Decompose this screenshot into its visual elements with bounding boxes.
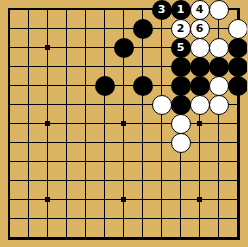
board-intersection-c11r10[interactable]	[190, 171, 209, 190]
board-intersection-c5r13[interactable]	[76, 228, 95, 247]
board-intersection-c13r10[interactable]	[228, 171, 247, 190]
black-stone	[171, 76, 191, 96]
grid-line-v	[85, 76, 86, 95]
board-intersection-c1r4[interactable]	[0, 57, 19, 76]
grid-line-h	[9, 28, 19, 29]
board-intersection-c2r5[interactable]	[19, 76, 38, 95]
board-intersection-c12r10[interactable]	[209, 171, 228, 190]
white-stone	[152, 95, 172, 115]
grid-line-v	[142, 38, 143, 57]
grid-line-v	[28, 228, 29, 238]
grid-line-h	[9, 85, 19, 86]
board-intersection-c5r2[interactable]	[76, 19, 95, 38]
white-stone: 4	[190, 0, 210, 20]
board-intersection-c4r5[interactable]	[57, 76, 76, 95]
grid-line-v	[9, 57, 10, 76]
board-intersection-c13r5[interactable]	[228, 76, 247, 95]
board-intersection-c10r12[interactable]	[171, 209, 190, 228]
board-intersection-c5r7[interactable]	[76, 114, 95, 133]
grid-line-v	[85, 95, 86, 114]
star-point	[45, 121, 50, 126]
grid-line-v	[28, 133, 29, 152]
board-intersection-c11r4[interactable]	[190, 57, 209, 76]
black-stone	[114, 38, 134, 58]
grid-line-v	[123, 228, 124, 238]
board-intersection-c5r12[interactable]	[76, 209, 95, 228]
board-intersection-c10r5[interactable]	[171, 76, 190, 95]
board-intersection-c1r6[interactable]	[0, 95, 19, 114]
white-stone	[171, 133, 191, 153]
board-intersection-c12r11[interactable]	[209, 190, 228, 209]
grid-line-v	[142, 152, 143, 171]
board-intersection-c8r13[interactable]	[133, 228, 152, 247]
board-intersection-c3r10[interactable]	[38, 171, 57, 190]
grid-line-v	[218, 19, 219, 38]
grid-line-v	[104, 171, 105, 190]
board-intersection-c2r3[interactable]	[19, 38, 38, 57]
grid-line-h	[9, 104, 19, 105]
board-intersection-c8r8[interactable]	[133, 133, 152, 152]
grid-line-v	[199, 228, 200, 238]
board-intersection-c3r5[interactable]	[38, 76, 57, 95]
board-intersection-c9r12[interactable]	[152, 209, 171, 228]
board-intersection-c5r3[interactable]	[76, 38, 95, 57]
board-intersection-c7r1[interactable]	[114, 0, 133, 19]
grid-line-v	[218, 152, 219, 171]
board-intersection-c10r10[interactable]	[171, 171, 190, 190]
grid-line-v	[161, 38, 162, 57]
board-intersection-c1r11[interactable]	[0, 190, 19, 209]
board-intersection-c2r4[interactable]	[19, 57, 38, 76]
board-intersection-c13r2[interactable]	[228, 19, 247, 38]
grid-line-v	[142, 9, 143, 19]
board-intersection-c8r4[interactable]	[133, 57, 152, 76]
board-intersection-c5r11[interactable]	[76, 190, 95, 209]
board-intersection-c10r13[interactable]	[171, 228, 190, 247]
grid-line-v	[142, 228, 143, 238]
grid-line-v	[9, 152, 10, 171]
grid-line-v	[142, 209, 143, 228]
grid-line-v	[9, 19, 10, 38]
board-intersection-c6r8[interactable]	[95, 133, 114, 152]
board-intersection-c11r11[interactable]	[190, 190, 209, 209]
board-intersection-c6r4[interactable]	[95, 57, 114, 76]
board-intersection-c9r11[interactable]	[152, 190, 171, 209]
board-intersection-c1r2[interactable]	[0, 19, 19, 38]
grid-line-v	[66, 9, 67, 19]
grid-line-v	[104, 114, 105, 133]
board-intersection-c1r13[interactable]	[0, 228, 19, 247]
board-intersection-c2r6[interactable]	[19, 95, 38, 114]
board-intersection-c1r9[interactable]	[0, 152, 19, 171]
star-point	[45, 197, 50, 202]
board-intersection-c12r3[interactable]	[209, 38, 228, 57]
board-intersection-c6r3[interactable]	[95, 38, 114, 57]
move-number-label: 4	[196, 4, 204, 15]
grid-line-v	[218, 190, 219, 209]
board-intersection-c2r11[interactable]	[19, 190, 38, 209]
star-point	[197, 197, 202, 202]
board-intersection-c13r3[interactable]	[228, 38, 247, 57]
grid-line-v	[85, 171, 86, 190]
board-intersection-c5r4[interactable]	[76, 57, 95, 76]
grid-line-v	[85, 228, 86, 238]
board-intersection-c9r8[interactable]	[152, 133, 171, 152]
grid-line-v	[142, 190, 143, 209]
board-intersection-c1r8[interactable]	[0, 133, 19, 152]
grid-line-v	[66, 209, 67, 228]
board-intersection-c11r13[interactable]	[190, 228, 209, 247]
board-intersection-c3r6[interactable]	[38, 95, 57, 114]
grid-line-v	[85, 190, 86, 209]
board-intersection-c4r4[interactable]	[57, 57, 76, 76]
grid-line-v	[28, 171, 29, 190]
board-intersection-c7r8[interactable]	[114, 133, 133, 152]
board-intersection-c7r6[interactable]	[114, 95, 133, 114]
board-intersection-c10r4[interactable]	[171, 57, 190, 76]
grid-line-v	[9, 38, 10, 57]
board-intersection-c9r1[interactable]: 3	[152, 0, 171, 19]
board-intersection-c10r2[interactable]: 2	[171, 19, 190, 38]
board-intersection-c3r3[interactable]	[38, 38, 57, 57]
grid-line-v	[123, 57, 124, 76]
grid-line-v	[85, 114, 86, 133]
grid-line-v	[66, 190, 67, 209]
white-stone: 6	[190, 19, 210, 39]
board-intersection-c10r7[interactable]	[171, 114, 190, 133]
board-intersection-c12r13[interactable]	[209, 228, 228, 247]
board-intersection-c13r1[interactable]	[228, 0, 247, 19]
grid-line-v	[66, 133, 67, 152]
board-intersection-c7r13[interactable]	[114, 228, 133, 247]
grid-line-h	[9, 180, 19, 181]
board-intersection-c6r12[interactable]	[95, 209, 114, 228]
board-intersection-c2r10[interactable]	[19, 171, 38, 190]
board-intersection-c6r11[interactable]	[95, 190, 114, 209]
board-intersection-c1r1[interactable]	[0, 0, 19, 19]
grid-line-v	[199, 133, 200, 152]
board-intersection-c7r3[interactable]	[114, 38, 133, 57]
move-number-label: 6	[196, 23, 204, 34]
grid-line-v	[104, 228, 105, 238]
board-intersection-c4r1[interactable]	[57, 0, 76, 19]
board-intersection-c1r5[interactable]	[0, 76, 19, 95]
board-intersection-c8r6[interactable]	[133, 95, 152, 114]
grid-line-v	[28, 57, 29, 76]
board-intersection-c4r6[interactable]	[57, 95, 76, 114]
white-stone	[209, 76, 229, 96]
board-intersection-c9r7[interactable]	[152, 114, 171, 133]
grid-line-v	[161, 228, 162, 238]
board-intersection-c12r2[interactable]	[209, 19, 228, 38]
board-intersection-c9r2[interactable]	[152, 19, 171, 38]
board-intersection-c8r1[interactable]	[133, 0, 152, 19]
grid-line-v	[104, 19, 105, 38]
black-stone	[171, 57, 191, 77]
grid-line-v	[237, 190, 238, 209]
white-stone	[171, 114, 191, 134]
board-intersection-c2r12[interactable]	[19, 209, 38, 228]
grid-line-v	[218, 171, 219, 190]
grid-line-v	[161, 152, 162, 171]
grid-line-v	[47, 19, 48, 38]
board-intersection-c7r12[interactable]	[114, 209, 133, 228]
board-intersection-c3r12[interactable]	[38, 209, 57, 228]
board-intersection-c12r1[interactable]	[209, 0, 228, 19]
grid-line-v	[237, 133, 238, 152]
board-intersection-c13r12[interactable]	[228, 209, 247, 228]
board-intersection-c5r1[interactable]	[76, 0, 95, 19]
board-intersection-c4r11[interactable]	[57, 190, 76, 209]
board-intersection-c8r5[interactable]	[133, 76, 152, 95]
board-intersection-c9r3[interactable]	[152, 38, 171, 57]
board-intersection-c4r3[interactable]	[57, 38, 76, 57]
board-intersection-c9r6[interactable]	[152, 95, 171, 114]
board-intersection-c3r4[interactable]	[38, 57, 57, 76]
grid-line-v	[161, 133, 162, 152]
grid-line-v	[85, 19, 86, 38]
board-intersection-c3r2[interactable]	[38, 19, 57, 38]
board-intersection-c7r11[interactable]	[114, 190, 133, 209]
board-intersection-c1r3[interactable]	[0, 38, 19, 57]
board-intersection-c13r4[interactable]	[228, 57, 247, 76]
board-intersection-c7r10[interactable]	[114, 171, 133, 190]
grid-line-v	[218, 114, 219, 133]
board-intersection-c7r2[interactable]	[114, 19, 133, 38]
grid-line-h	[9, 9, 19, 10]
board-intersection-c1r7[interactable]	[0, 114, 19, 133]
board-intersection-c6r5[interactable]	[95, 76, 114, 95]
board-intersection-c4r8[interactable]	[57, 133, 76, 152]
board-intersection-c4r2[interactable]	[57, 19, 76, 38]
grid-line-v	[123, 133, 124, 152]
grid-line-h	[9, 142, 19, 143]
star-point	[121, 121, 126, 126]
grid-line-v	[180, 152, 181, 171]
board-intersection-c2r8[interactable]	[19, 133, 38, 152]
grid-line-v	[199, 209, 200, 228]
board-intersection-c4r9[interactable]	[57, 152, 76, 171]
board-intersection-c10r1[interactable]: 1	[171, 0, 190, 19]
board-intersection-c9r9[interactable]	[152, 152, 171, 171]
board-intersection-c1r10[interactable]	[0, 171, 19, 190]
board-intersection-c5r10[interactable]	[76, 171, 95, 190]
grid-line-v	[66, 76, 67, 95]
board-intersection-c7r5[interactable]	[114, 76, 133, 95]
white-stone	[209, 0, 229, 20]
board-intersection-c6r7[interactable]	[95, 114, 114, 133]
move-number-label: 1	[177, 4, 185, 15]
board-intersection-c11r6[interactable]	[190, 95, 209, 114]
board-intersection-c12r12[interactable]	[209, 209, 228, 228]
grid-line-v	[142, 171, 143, 190]
grid-line-v	[9, 114, 10, 133]
star-point	[45, 45, 50, 50]
grid-line-v	[123, 152, 124, 171]
board-intersection-c13r9[interactable]	[228, 152, 247, 171]
grid-line-v	[104, 57, 105, 76]
grid-line-v	[28, 76, 29, 95]
board-intersection-c11r1[interactable]: 4	[190, 0, 209, 19]
black-stone	[190, 76, 210, 96]
grid-line-v	[123, 19, 124, 38]
board-intersection-c11r5[interactable]	[190, 76, 209, 95]
board-intersection-c12r8[interactable]	[209, 133, 228, 152]
grid-line-v	[28, 19, 29, 38]
board-intersection-c4r13[interactable]	[57, 228, 76, 247]
grid-line-v	[161, 190, 162, 209]
board-intersection-c2r1[interactable]	[19, 0, 38, 19]
grid-line-v	[123, 76, 124, 95]
board-intersection-c7r4[interactable]	[114, 57, 133, 76]
grid-line-v	[28, 114, 29, 133]
board-intersection-c2r9[interactable]	[19, 152, 38, 171]
board-intersection-c12r7[interactable]	[209, 114, 228, 133]
board-intersection-c10r8[interactable]	[171, 133, 190, 152]
grid-line-v	[47, 228, 48, 238]
star-point	[197, 121, 202, 126]
grid-line-v	[199, 171, 200, 190]
white-stone	[190, 95, 210, 115]
board-intersection-c13r8[interactable]	[228, 133, 247, 152]
board-intersection-c5r6[interactable]	[76, 95, 95, 114]
grid-line-v	[28, 9, 29, 19]
board-intersection-c4r10[interactable]	[57, 171, 76, 190]
grid-line-h	[9, 237, 19, 238]
grid-line-v	[66, 171, 67, 190]
board-intersection-c10r3[interactable]: 5	[171, 38, 190, 57]
black-stone	[228, 76, 248, 96]
board-intersection-c4r12[interactable]	[57, 209, 76, 228]
board-intersection-c12r4[interactable]	[209, 57, 228, 76]
board-intersection-c8r7[interactable]	[133, 114, 152, 133]
board-intersection-c3r11[interactable]	[38, 190, 57, 209]
grid-line-v	[66, 19, 67, 38]
grid-line-v	[85, 9, 86, 19]
grid-line-v	[85, 38, 86, 57]
board-intersection-c3r1[interactable]	[38, 0, 57, 19]
move-number-label: 2	[177, 23, 185, 34]
board-intersection-c11r9[interactable]	[190, 152, 209, 171]
move-number-label: 5	[177, 42, 185, 53]
board-intersection-c9r10[interactable]	[152, 171, 171, 190]
grid-line-v	[237, 114, 238, 133]
white-stone	[209, 38, 229, 58]
board-intersection-c3r9[interactable]	[38, 152, 57, 171]
grid-line-v	[142, 57, 143, 76]
board-intersection-c6r1[interactable]	[95, 0, 114, 19]
board-intersection-c11r8[interactable]	[190, 133, 209, 152]
grid-line-v	[237, 171, 238, 190]
grid-line-v	[9, 95, 10, 114]
grid-line-v	[123, 171, 124, 190]
go-board: 314265	[0, 0, 247, 247]
board-intersection-c5r5[interactable]	[76, 76, 95, 95]
grid-line-v	[9, 133, 10, 152]
grid-line-v	[199, 152, 200, 171]
board-intersection-c7r7[interactable]	[114, 114, 133, 133]
grid-line-v	[66, 152, 67, 171]
board-intersection-c1r12[interactable]	[0, 209, 19, 228]
grid-line-v	[9, 228, 10, 238]
grid-line-v	[47, 9, 48, 19]
board-intersection-c9r5[interactable]	[152, 76, 171, 95]
board-intersection-c5r9[interactable]	[76, 152, 95, 171]
board-intersection-c6r2[interactable]	[95, 19, 114, 38]
grid-line-v	[161, 57, 162, 76]
grid-line-v	[218, 133, 219, 152]
board-intersection-c12r6[interactable]	[209, 95, 228, 114]
board-intersection-c6r13[interactable]	[95, 228, 114, 247]
board-intersection-c3r13[interactable]	[38, 228, 57, 247]
board-intersection-c6r6[interactable]	[95, 95, 114, 114]
grid-line-v	[142, 114, 143, 133]
grid-line-v	[142, 95, 143, 114]
board-intersection-c13r7[interactable]	[228, 114, 247, 133]
board-intersection-c5r8[interactable]	[76, 133, 95, 152]
board-intersection-c11r3[interactable]	[190, 38, 209, 57]
board-intersection-c3r7[interactable]	[38, 114, 57, 133]
board-intersection-c6r10[interactable]	[95, 171, 114, 190]
grid-line-v	[47, 209, 48, 228]
board-intersection-c13r11[interactable]	[228, 190, 247, 209]
board-intersection-c11r2[interactable]: 6	[190, 19, 209, 38]
board-intersection-c8r11[interactable]	[133, 190, 152, 209]
board-intersection-c8r2[interactable]	[133, 19, 152, 38]
grid-line-v	[104, 95, 105, 114]
grid-line-v	[180, 171, 181, 190]
board-intersection-c11r7[interactable]	[190, 114, 209, 133]
grid-line-v	[161, 209, 162, 228]
board-intersection-c12r9[interactable]	[209, 152, 228, 171]
board-intersection-c13r6[interactable]	[228, 95, 247, 114]
board-intersection-c8r3[interactable]	[133, 38, 152, 57]
grid-line-v	[161, 76, 162, 95]
board-intersection-c2r13[interactable]	[19, 228, 38, 247]
board-intersection-c12r5[interactable]	[209, 76, 228, 95]
board-intersection-c9r4[interactable]	[152, 57, 171, 76]
grid-line-h	[9, 199, 19, 200]
move-number-label: 3	[158, 4, 166, 15]
black-stone: 1	[171, 0, 191, 20]
grid-line-v	[9, 209, 10, 228]
black-stone	[133, 76, 153, 96]
black-stone	[228, 57, 248, 77]
board-intersection-c8r9[interactable]	[133, 152, 152, 171]
board-intersection-c13r13[interactable]	[228, 228, 247, 247]
board-intersection-c10r11[interactable]	[171, 190, 190, 209]
board-intersection-c8r12[interactable]	[133, 209, 152, 228]
board-intersection-c2r2[interactable]	[19, 19, 38, 38]
board-intersection-c4r7[interactable]	[57, 114, 76, 133]
board-intersection-c10r9[interactable]	[171, 152, 190, 171]
grid-line-v	[180, 209, 181, 228]
board-intersection-c10r6[interactable]	[171, 95, 190, 114]
board-intersection-c11r12[interactable]	[190, 209, 209, 228]
grid-line-v	[47, 171, 48, 190]
grid-line-v	[85, 57, 86, 76]
grid-line-v	[47, 133, 48, 152]
board-intersection-c8r10[interactable]	[133, 171, 152, 190]
board-intersection-c6r9[interactable]	[95, 152, 114, 171]
board-intersection-c3r8[interactable]	[38, 133, 57, 152]
board-intersection-c7r9[interactable]	[114, 152, 133, 171]
board-intersection-c2r7[interactable]	[19, 114, 38, 133]
grid-line-v	[104, 9, 105, 19]
grid-line-v	[123, 95, 124, 114]
board-intersection-c9r13[interactable]	[152, 228, 171, 247]
grid-line-v	[237, 209, 238, 228]
